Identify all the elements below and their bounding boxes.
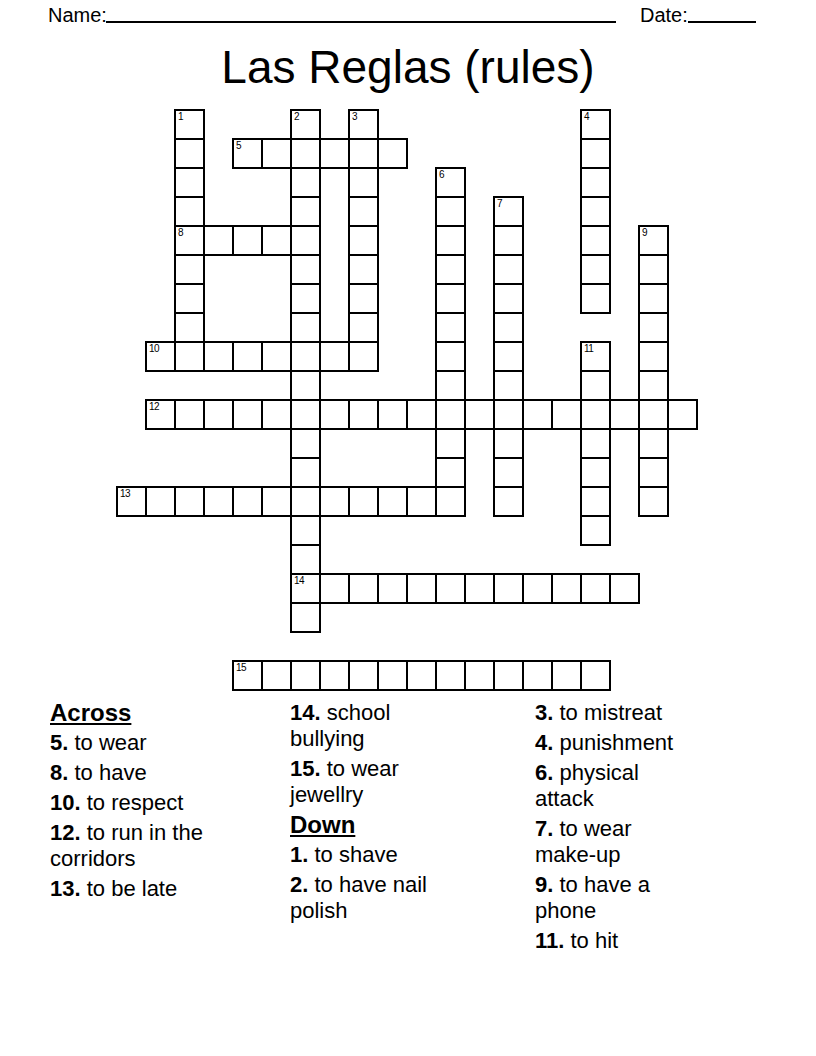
grid-cell-r8c3[interactable]	[203, 341, 234, 372]
grid-cell-r6c16[interactable]	[580, 283, 611, 314]
grid-cell-r1c6[interactable]	[290, 138, 321, 169]
grid-cell-r14c6[interactable]	[290, 515, 321, 546]
grid-cell-r12c11[interactable]	[435, 457, 466, 488]
clue-12-line-2: corridors	[50, 846, 290, 872]
grid-cell-r6c6[interactable]	[290, 283, 321, 314]
grid-cell-r10c10[interactable]	[406, 399, 437, 430]
crossword-grid: 123456789101112131415	[117, 110, 697, 690]
grid-cell-r4c8[interactable]	[348, 225, 379, 256]
grid-cell-r16c12[interactable]	[464, 573, 495, 604]
clue-13-line-1: 13. to be late	[50, 876, 290, 902]
grid-cell-r5c11[interactable]	[435, 254, 466, 285]
grid-cell-r10c5[interactable]	[261, 399, 292, 430]
grid-cell-r4c6[interactable]	[290, 225, 321, 256]
cell-number-9: 9	[642, 227, 647, 238]
grid-cell-r4c16[interactable]	[580, 225, 611, 256]
grid-cell-r5c16[interactable]	[580, 254, 611, 285]
grid-cell-r19c16[interactable]	[580, 660, 611, 691]
grid-cell-r12c16[interactable]	[580, 457, 611, 488]
grid-cell-r11c16[interactable]	[580, 428, 611, 459]
grid-cell-r16c9[interactable]	[377, 573, 408, 604]
clue-10-line-1: 10. to respect	[50, 790, 290, 816]
clue-number: 2.	[290, 872, 308, 897]
clue-15: 15. to wearjewellry	[290, 756, 532, 808]
grid-cell-r1c2[interactable]	[174, 138, 205, 169]
grid-cell-r4c3[interactable]	[203, 225, 234, 256]
grid-cell-r2c2[interactable]	[174, 167, 205, 198]
cell-number-2: 2	[294, 111, 299, 122]
clue-1: 1. to shave	[290, 842, 532, 868]
clue-8: 8. to have	[50, 760, 290, 786]
clue-1-line-1: 1. to shave	[290, 842, 532, 868]
grid-cell-r19c8[interactable]	[348, 660, 379, 691]
grid-cell-r19c10[interactable]	[406, 660, 437, 691]
grid-cell-r13c2[interactable]	[174, 486, 205, 517]
grid-cell-r11c6[interactable]	[290, 428, 321, 459]
grid-cell-r7c2[interactable]	[174, 312, 205, 343]
grid-cell-r16c14[interactable]	[522, 573, 553, 604]
clue-number: 14.	[290, 700, 321, 725]
grid-cell-r16c10[interactable]	[406, 573, 437, 604]
grid-cell-r8c8[interactable]	[348, 341, 379, 372]
grid-cell-r1c8[interactable]	[348, 138, 379, 169]
grid-cell-r10c3[interactable]	[203, 399, 234, 430]
grid-cell-r14c16[interactable]	[580, 515, 611, 546]
grid-cell-r5c8[interactable]	[348, 254, 379, 285]
cell-number-15: 15	[236, 662, 246, 673]
grid-cell-r10c8[interactable]	[348, 399, 379, 430]
grid-cell-r8c5[interactable]	[261, 341, 292, 372]
grid-cell-r1c9[interactable]	[377, 138, 408, 169]
grid-cell-r16c6[interactable]: 14	[290, 573, 321, 604]
grid-cell-r6c2[interactable]	[174, 283, 205, 314]
grid-cell-r7c8[interactable]	[348, 312, 379, 343]
clue-15-line-2: jewellry	[290, 782, 532, 808]
grid-cell-r3c2[interactable]	[174, 196, 205, 227]
grid-cell-r6c8[interactable]	[348, 283, 379, 314]
grid-cell-r8c13[interactable]	[493, 341, 524, 372]
clue-4: 4. punishment	[535, 730, 745, 756]
clue-9-line-2: phone	[535, 898, 745, 924]
grid-cell-r13c3[interactable]	[203, 486, 234, 517]
grid-cell-r19c4[interactable]: 15	[232, 660, 263, 691]
clue-column-2: 14. schoolbullying15. to wearjewellryDow…	[290, 700, 532, 928]
grid-cell-r4c13[interactable]	[493, 225, 524, 256]
clue-number: 11.	[535, 928, 564, 953]
clue-10: 10. to respect	[50, 790, 290, 816]
clue-number: 12.	[50, 820, 81, 845]
clue-3: 3. to mistreat	[535, 700, 745, 726]
grid-cell-r17c6[interactable]	[290, 602, 321, 633]
clue-column-1: Across5. to wear8. to have10. to respect…	[50, 700, 290, 906]
grid-cell-r19c9[interactable]	[377, 660, 408, 691]
grid-cell-r10c2[interactable]	[174, 399, 205, 430]
grid-cell-r16c13[interactable]	[493, 573, 524, 604]
grid-cell-r10c9[interactable]	[377, 399, 408, 430]
clue-11: 11. to hit	[535, 928, 745, 954]
grid-cell-r8c4[interactable]	[232, 341, 263, 372]
grid-cell-r3c13[interactable]: 7	[493, 196, 524, 227]
clue-7-line-1: 7. to wear	[535, 816, 745, 842]
clue-number: 5.	[50, 730, 68, 755]
clue-2-line-2: polish	[290, 898, 532, 924]
clue-number: 4.	[535, 730, 553, 755]
clue-3-line-1: 3. to mistreat	[535, 700, 745, 726]
clue-number: 10.	[50, 790, 81, 815]
grid-cell-r19c7[interactable]	[319, 660, 350, 691]
grid-cell-r13c8[interactable]	[348, 486, 379, 517]
across-header: Across	[50, 700, 290, 726]
cell-number-4: 4	[584, 111, 589, 122]
clue-11-line-1: 11. to hit	[535, 928, 745, 954]
grid-cell-r13c13[interactable]	[493, 486, 524, 517]
grid-cell-r10c17[interactable]	[609, 399, 640, 430]
grid-cell-r1c16[interactable]	[580, 138, 611, 169]
date-blank-line	[688, 5, 756, 23]
grid-cell-r13c4[interactable]	[232, 486, 263, 517]
grid-cell-r1c5[interactable]	[261, 138, 292, 169]
grid-cell-r13c10[interactable]	[406, 486, 437, 517]
cell-number-7: 7	[497, 198, 502, 209]
clue-2-line-1: 2. to have nail	[290, 872, 532, 898]
cell-number-14: 14	[294, 575, 304, 586]
clue-9-line-1: 9. to have a	[535, 872, 745, 898]
grid-cell-r5c18[interactable]	[638, 254, 669, 285]
clue-number: 15.	[290, 756, 321, 781]
grid-cell-r19c13[interactable]	[493, 660, 524, 691]
cell-number-3: 3	[352, 111, 357, 122]
clue-14-line-1: 14. school	[290, 700, 532, 726]
grid-cell-r12c18[interactable]	[638, 457, 669, 488]
grid-cell-r0c16[interactable]: 4	[580, 109, 611, 140]
clue-4-line-1: 4. punishment	[535, 730, 745, 756]
page-title: Las Reglas (rules)	[0, 42, 816, 92]
date-label: Date:	[640, 4, 688, 26]
clue-13: 13. to be late	[50, 876, 290, 902]
grid-cell-r5c13[interactable]	[493, 254, 524, 285]
grid-cell-r16c15[interactable]	[551, 573, 582, 604]
grid-cell-r6c13[interactable]	[493, 283, 524, 314]
grid-cell-r8c6[interactable]	[290, 341, 321, 372]
grid-cell-r8c7[interactable]	[319, 341, 350, 372]
grid-cell-r12c13[interactable]	[493, 457, 524, 488]
grid-cell-r7c6[interactable]	[290, 312, 321, 343]
grid-cell-r0c2[interactable]: 1	[174, 109, 205, 140]
clue-number: 6.	[535, 760, 553, 785]
clue-column-3: 3. to mistreat4. punishment6. physicalat…	[535, 700, 745, 958]
grid-cell-r0c6[interactable]: 2	[290, 109, 321, 140]
cell-number-13: 13	[120, 488, 130, 499]
grid-cell-r7c13[interactable]	[493, 312, 524, 343]
clue-6: 6. physicalattack	[535, 760, 745, 812]
grid-cell-r10c13[interactable]	[493, 399, 524, 430]
grid-cell-r3c16[interactable]	[580, 196, 611, 227]
grid-cell-r3c6[interactable]	[290, 196, 321, 227]
grid-cell-r9c16[interactable]	[580, 370, 611, 401]
grid-cell-r13c0[interactable]: 13	[116, 486, 147, 517]
grid-cell-r16c8[interactable]	[348, 573, 379, 604]
grid-cell-r7c18[interactable]	[638, 312, 669, 343]
grid-cell-r13c5[interactable]	[261, 486, 292, 517]
grid-cell-r0c8[interactable]: 3	[348, 109, 379, 140]
grid-cell-r3c8[interactable]	[348, 196, 379, 227]
grid-cell-r10c4[interactable]	[232, 399, 263, 430]
grid-cell-r4c2[interactable]: 8	[174, 225, 205, 256]
clue-12: 12. to run in thecorridors	[50, 820, 290, 872]
grid-cell-r15c6[interactable]	[290, 544, 321, 575]
grid-cell-r13c9[interactable]	[377, 486, 408, 517]
grid-cell-r13c6[interactable]	[290, 486, 321, 517]
down-header: Down	[290, 812, 532, 838]
clue-7-line-2: make-up	[535, 842, 745, 868]
grid-cell-r12c6[interactable]	[290, 457, 321, 488]
cell-number-8: 8	[178, 227, 183, 238]
clue-7: 7. to wearmake-up	[535, 816, 745, 868]
grid-cell-r2c16[interactable]	[580, 167, 611, 198]
grid-cell-r6c18[interactable]	[638, 283, 669, 314]
clue-5-line-1: 5. to wear	[50, 730, 290, 756]
name-blank-line	[106, 5, 616, 23]
cell-number-10: 10	[149, 343, 159, 354]
grid-cell-r10c14[interactable]	[522, 399, 553, 430]
cell-number-11: 11	[584, 343, 593, 354]
grid-cell-r9c11[interactable]	[435, 370, 466, 401]
grid-cell-r1c7[interactable]	[319, 138, 350, 169]
grid-cell-r8c11[interactable]	[435, 341, 466, 372]
grid-cell-r13c18[interactable]	[638, 486, 669, 517]
grid-cell-r13c7[interactable]	[319, 486, 350, 517]
grid-cell-r10c1[interactable]: 12	[145, 399, 176, 430]
grid-cell-r11c18[interactable]	[638, 428, 669, 459]
grid-cell-r16c11[interactable]	[435, 573, 466, 604]
clue-15-line-1: 15. to wear	[290, 756, 532, 782]
grid-cell-r11c13[interactable]	[493, 428, 524, 459]
grid-cell-r8c18[interactable]	[638, 341, 669, 372]
grid-cell-r10c12[interactable]	[464, 399, 495, 430]
grid-cell-r8c16[interactable]: 11	[580, 341, 611, 372]
clue-number: 8.	[50, 760, 68, 785]
clue-9: 9. to have aphone	[535, 872, 745, 924]
grid-cell-r2c11[interactable]: 6	[435, 167, 466, 198]
grid-cell-r16c17[interactable]	[609, 573, 640, 604]
grid-cell-r8c2[interactable]	[174, 341, 205, 372]
grid-cell-r19c15[interactable]	[551, 660, 582, 691]
clue-2: 2. to have nailpolish	[290, 872, 532, 924]
grid-cell-r11c11[interactable]	[435, 428, 466, 459]
grid-cell-r8c1[interactable]: 10	[145, 341, 176, 372]
grid-cell-r16c7[interactable]	[319, 573, 350, 604]
grid-cell-r7c11[interactable]	[435, 312, 466, 343]
clue-number: 3.	[535, 700, 553, 725]
grid-cell-r6c11[interactable]	[435, 283, 466, 314]
grid-cell-r10c19[interactable]	[667, 399, 698, 430]
grid-cell-r4c4[interactable]	[232, 225, 263, 256]
clue-8-line-1: 8. to have	[50, 760, 290, 786]
grid-cell-r16c16[interactable]	[580, 573, 611, 604]
grid-cell-r9c6[interactable]	[290, 370, 321, 401]
cell-number-6: 6	[439, 169, 444, 180]
grid-cell-r19c12[interactable]	[464, 660, 495, 691]
clue-number: 7.	[535, 816, 553, 841]
clue-6-line-2: attack	[535, 786, 745, 812]
grid-cell-r19c6[interactable]	[290, 660, 321, 691]
grid-cell-r19c5[interactable]	[261, 660, 292, 691]
clue-6-line-1: 6. physical	[535, 760, 745, 786]
clue-number: 9.	[535, 872, 553, 897]
clue-14-line-2: bullying	[290, 726, 532, 752]
grid-cell-r10c11[interactable]	[435, 399, 466, 430]
clue-number: 1.	[290, 842, 308, 867]
grid-cell-r13c16[interactable]	[580, 486, 611, 517]
clue-14: 14. schoolbullying	[290, 700, 532, 752]
grid-cell-r1c4[interactable]: 5	[232, 138, 263, 169]
grid-cell-r9c13[interactable]	[493, 370, 524, 401]
grid-cell-r13c1[interactable]	[145, 486, 176, 517]
clue-number: 13.	[50, 876, 81, 901]
grid-cell-r10c16[interactable]	[580, 399, 611, 430]
grid-cell-r3c11[interactable]	[435, 196, 466, 227]
grid-cell-r10c18[interactable]	[638, 399, 669, 430]
clue-12-line-1: 12. to run in the	[50, 820, 290, 846]
cell-number-12: 12	[149, 401, 159, 412]
cell-number-5: 5	[236, 140, 241, 151]
grid-cell-r4c11[interactable]	[435, 225, 466, 256]
grid-cell-r10c6[interactable]	[290, 399, 321, 430]
grid-cell-r4c5[interactable]	[261, 225, 292, 256]
grid-cell-r2c8[interactable]	[348, 167, 379, 198]
grid-cell-r10c15[interactable]	[551, 399, 582, 430]
grid-cell-r19c14[interactable]	[522, 660, 553, 691]
grid-cell-r5c6[interactable]	[290, 254, 321, 285]
grid-cell-r4c18[interactable]: 9	[638, 225, 669, 256]
grid-cell-r10c7[interactable]	[319, 399, 350, 430]
grid-cell-r5c2[interactable]	[174, 254, 205, 285]
grid-cell-r13c11[interactable]	[435, 486, 466, 517]
cell-number-1: 1	[178, 111, 183, 122]
clue-5: 5. to wear	[50, 730, 290, 756]
grid-cell-r2c6[interactable]	[290, 167, 321, 198]
grid-cell-r9c18[interactable]	[638, 370, 669, 401]
grid-cell-r19c11[interactable]	[435, 660, 466, 691]
name-label: Name:	[48, 4, 107, 26]
